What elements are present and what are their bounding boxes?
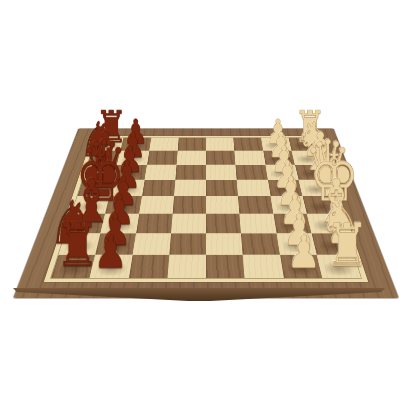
piece-white-rook-h1: ♜	[325, 216, 357, 276]
square-h4	[206, 255, 245, 279]
square-d5	[174, 180, 206, 196]
piece-white-pawn-h2: ♟	[286, 229, 318, 275]
square-h6	[129, 255, 170, 279]
chess-set-photo: ♜♟♟♜♞♟♟♞♝♟♟♝♛♟♟♛♚♟♟♚♝♟♟♝♞♟♟♞♜♟♟♜	[0, 0, 416, 416]
square-h5	[167, 255, 206, 279]
square-d3	[237, 180, 270, 196]
square-a3	[233, 138, 263, 151]
square-d4	[206, 180, 238, 196]
square-c4	[206, 165, 237, 180]
board-inlay-border: ♜♟♟♜♞♟♟♞♝♟♟♝♛♟♟♛♚♟♟♚♝♟♟♝♞♟♟♞♜♟♟♜	[44, 136, 368, 282]
square-g3	[241, 233, 280, 254]
square-a4	[206, 138, 234, 151]
square-g5	[169, 233, 206, 254]
square-b5	[176, 151, 206, 165]
square-a5	[178, 138, 206, 151]
square-d6	[142, 180, 175, 196]
square-b6	[147, 151, 178, 165]
chess-board: ♜♟♟♜♞♟♟♞♝♟♟♝♛♟♟♛♚♟♟♚♝♟♟♝♞♟♟♞♜♟♟♜	[13, 128, 398, 298]
square-e6	[139, 196, 174, 214]
square-f4	[206, 214, 241, 233]
square-c5	[175, 165, 206, 180]
square-b3	[234, 151, 265, 165]
square-h7: ♟	[90, 255, 133, 279]
square-f3	[240, 214, 277, 233]
square-f6	[136, 214, 173, 233]
square-c6	[144, 165, 176, 180]
piece-black-rook-h8: ♜	[55, 216, 87, 276]
square-e3	[238, 196, 273, 214]
square-g4	[206, 233, 243, 254]
square-b4	[206, 151, 236, 165]
square-g6	[132, 233, 171, 254]
square-h1: ♜	[317, 255, 361, 279]
square-a6	[149, 138, 179, 151]
square-h2: ♟	[280, 255, 323, 279]
square-e5	[172, 196, 206, 214]
square-h8: ♜	[51, 255, 95, 279]
square-c3	[236, 165, 268, 180]
square-e4	[206, 196, 240, 214]
piece-black-pawn-h7: ♟	[94, 229, 126, 275]
square-f5	[171, 214, 206, 233]
board-scene: ♜♟♟♜♞♟♟♞♝♟♟♝♛♟♟♛♚♟♟♚♝♟♟♝♞♟♟♞♜♟♟♜	[53, 43, 360, 350]
square-h3	[243, 255, 284, 279]
board-grid: ♜♟♟♜♞♟♟♞♝♟♟♝♛♟♟♛♚♟♟♚♝♟♟♝♞♟♟♞♜♟♟♜	[51, 138, 361, 278]
